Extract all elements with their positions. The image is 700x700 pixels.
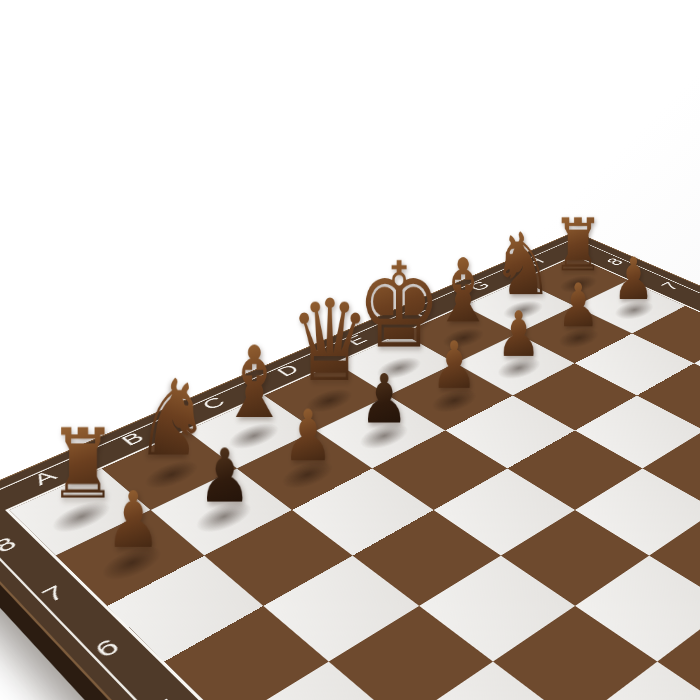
black-pawn-icon: ♟ [105, 481, 161, 559]
black-pawn-icon: ♟ [283, 400, 334, 471]
chess-board: ABCDEFGH8♜♞♝♛♚♝♞♜87♟♟♟♟♟♟♟♟7665544332211… [0, 232, 700, 700]
board-grid: ABCDEFGH8♜♞♝♛♚♝♞♜87♟♟♟♟♟♟♟♟7665544332211… [0, 232, 700, 700]
black-pawn-icon: ♟ [496, 303, 541, 366]
black-pawn-icon: ♟ [360, 365, 409, 433]
black-pawn-icon: ♟ [557, 275, 600, 335]
black-pawn-icon: ♟ [431, 332, 478, 397]
square-d3 [575, 556, 700, 662]
black-pawn-icon: ♟ [198, 438, 251, 512]
black-queen-icon: ♛ [289, 285, 370, 398]
black-pawn-icon: ♟ [613, 250, 655, 308]
black-bishop-icon: ♝ [219, 334, 290, 433]
chess-photo-scene: ABCDEFGH8♜♞♝♛♚♝♞♜87♟♟♟♟♟♟♟♟7665544332211… [0, 0, 700, 700]
black-knight-icon: ♞ [492, 221, 554, 307]
